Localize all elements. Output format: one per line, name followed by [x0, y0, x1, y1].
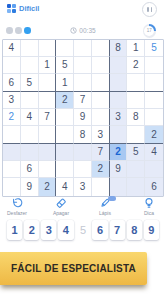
clock-icon — [70, 27, 77, 34]
cell-r2c3[interactable]: 1 — [39, 57, 57, 74]
cell-r4c3[interactable] — [39, 92, 57, 109]
progress-ring[interactable]: 17 — [143, 24, 157, 38]
key-2[interactable]: 2 — [24, 220, 39, 240]
key-9[interactable]: 9 — [144, 220, 159, 240]
cell-r7c4[interactable] — [56, 144, 74, 161]
bulb-icon — [143, 197, 155, 209]
cell-r5c1[interactable]: 2 — [3, 109, 21, 126]
caption-text: FÁCIL DE ESPECIALISTA — [11, 263, 136, 274]
pause-icon — [147, 7, 149, 13]
cell-r9c2[interactable]: 9 — [21, 178, 39, 195]
cell-r9c3[interactable]: 2 — [39, 178, 57, 195]
cell-r3c5[interactable] — [74, 74, 92, 91]
status-row: 00:35 17 — [0, 24, 166, 38]
cell-r6c1[interactable] — [3, 126, 21, 143]
cell-r8c9[interactable] — [145, 161, 163, 178]
cell-r9c9[interactable]: 6 — [145, 178, 163, 195]
cell-r8c6[interactable]: 2 — [92, 161, 110, 178]
cell-r3c9[interactable] — [145, 74, 163, 91]
cell-r1c8[interactable]: 1 — [127, 40, 145, 57]
cell-r3c8[interactable] — [127, 74, 145, 91]
cell-r4c6[interactable] — [92, 92, 110, 109]
eraser-icon — [55, 197, 67, 209]
cell-r5c4[interactable] — [56, 109, 74, 126]
cell-r7c1[interactable] — [3, 144, 21, 161]
cell-r8c7[interactable]: 9 — [110, 161, 128, 178]
cell-r5c3[interactable]: 7 — [39, 109, 57, 126]
cell-r6c6[interactable]: 3 — [92, 126, 110, 143]
undo-icon — [11, 197, 23, 209]
notes-toggle-badge — [108, 196, 116, 201]
cell-r6c7[interactable] — [110, 126, 128, 143]
cell-r3c4[interactable]: 1 — [56, 74, 74, 91]
cell-r1c4[interactable] — [56, 40, 74, 57]
pause-button[interactable] — [142, 2, 157, 17]
key-3[interactable]: 3 — [41, 220, 56, 240]
cell-r4c7[interactable] — [110, 92, 128, 109]
eraser-label: Apagar — [53, 210, 69, 216]
cell-r3c6[interactable] — [92, 74, 110, 91]
cell-r4c2[interactable] — [21, 92, 39, 109]
cell-r6c9[interactable]: 2 — [145, 126, 163, 143]
key-5[interactable]: 5 — [75, 220, 90, 240]
cell-r7c7[interactable]: 2 — [110, 144, 128, 161]
pause-icon — [151, 7, 153, 13]
cell-r2c9[interactable] — [145, 57, 163, 74]
notes-button[interactable]: Lápis — [90, 197, 120, 217]
cell-r5c7[interactable]: 3 — [110, 109, 128, 126]
cell-r9c6[interactable] — [92, 178, 110, 195]
sudoku-board: 4815152651327247938832725462992436 — [2, 39, 164, 197]
cell-r9c7[interactable] — [110, 178, 128, 195]
cell-r4c5[interactable]: 7 — [74, 92, 92, 109]
cell-r7c2[interactable] — [21, 144, 39, 161]
undo-label: Desfazer — [7, 210, 27, 216]
cell-r6c2[interactable] — [21, 126, 39, 143]
cell-r7c5[interactable] — [74, 144, 92, 161]
cell-r9c5[interactable]: 3 — [74, 178, 92, 195]
cell-r8c8[interactable] — [127, 161, 145, 178]
cell-r2c1[interactable] — [3, 57, 21, 74]
cell-r6c5[interactable]: 8 — [74, 126, 92, 143]
cell-r6c4[interactable] — [56, 126, 74, 143]
cell-r1c5[interactable] — [74, 40, 92, 57]
cell-r8c2[interactable]: 6 — [21, 161, 39, 178]
cell-r5c9[interactable] — [145, 109, 163, 126]
cell-r4c4[interactable]: 2 — [56, 92, 74, 109]
cell-r5c2[interactable]: 4 — [21, 109, 39, 126]
progress-value: 17 — [144, 26, 154, 36]
key-4[interactable]: 4 — [58, 220, 73, 240]
cell-r3c2[interactable]: 5 — [21, 74, 39, 91]
hint-label: Dica — [144, 210, 154, 216]
cell-r2c2[interactable] — [21, 57, 39, 74]
cell-r7c6[interactable]: 7 — [92, 144, 110, 161]
caption-banner: FÁCIL DE ESPECIALISTA — [0, 252, 147, 285]
cell-r1c6[interactable] — [92, 40, 110, 57]
cell-r1c3[interactable] — [39, 40, 57, 57]
cell-r2c8[interactable]: 2 — [127, 57, 145, 74]
cell-r7c3[interactable] — [39, 144, 57, 161]
cell-r6c8[interactable] — [127, 126, 145, 143]
cell-r3c1[interactable]: 6 — [3, 74, 21, 91]
cell-r1c2[interactable] — [21, 40, 39, 57]
cell-r4c1[interactable]: 3 — [3, 92, 21, 109]
cell-r8c1[interactable] — [3, 161, 21, 178]
cell-r9c8[interactable] — [127, 178, 145, 195]
eraser-button[interactable]: Apagar — [46, 197, 76, 217]
toolbar: Desfazer Apagar Lápis Dica — [0, 197, 166, 217]
cell-r4c8[interactable] — [127, 92, 145, 109]
number-keypad: 123456789 — [0, 220, 166, 240]
cell-r6c3[interactable] — [39, 126, 57, 143]
cell-r2c7[interactable] — [110, 57, 128, 74]
timer-value: 00:35 — [79, 27, 95, 34]
cell-r8c4[interactable] — [56, 161, 74, 178]
timer: 00:35 — [0, 27, 166, 34]
cell-r3c3[interactable] — [39, 74, 57, 91]
notes-label: Lápis — [99, 210, 111, 216]
cell-r8c3[interactable] — [39, 161, 57, 178]
cell-r1c1[interactable]: 4 — [3, 40, 21, 57]
undo-button[interactable]: Desfazer — [2, 197, 32, 217]
cell-r9c4[interactable]: 4 — [56, 178, 74, 195]
cell-r1c7[interactable]: 8 — [110, 40, 128, 57]
cell-r1c9[interactable]: 5 — [145, 40, 163, 57]
hint-button[interactable]: Dica — [134, 197, 164, 217]
cell-r5c5[interactable]: 9 — [74, 109, 92, 126]
key-7[interactable]: 7 — [110, 220, 125, 240]
app-logo-icon — [7, 4, 16, 13]
cell-r8c5[interactable] — [74, 161, 92, 178]
cell-r3c7[interactable] — [110, 74, 128, 91]
key-1[interactable]: 1 — [7, 220, 22, 240]
cell-r5c6[interactable] — [92, 109, 110, 126]
cell-r2c5[interactable] — [74, 57, 92, 74]
cell-r5c8[interactable]: 8 — [127, 109, 145, 126]
cell-r9c1[interactable] — [3, 178, 21, 195]
cell-r2c6[interactable] — [92, 57, 110, 74]
key-6[interactable]: 6 — [92, 220, 107, 240]
difficulty-title[interactable]: Difícil — [19, 4, 39, 13]
cell-r4c9[interactable] — [145, 92, 163, 109]
key-8[interactable]: 8 — [127, 220, 142, 240]
top-bar: Difícil — [0, 0, 166, 20]
cell-r7c9[interactable]: 4 — [145, 144, 163, 161]
cell-r7c8[interactable]: 5 — [127, 144, 145, 161]
cell-r2c4[interactable]: 5 — [56, 57, 74, 74]
